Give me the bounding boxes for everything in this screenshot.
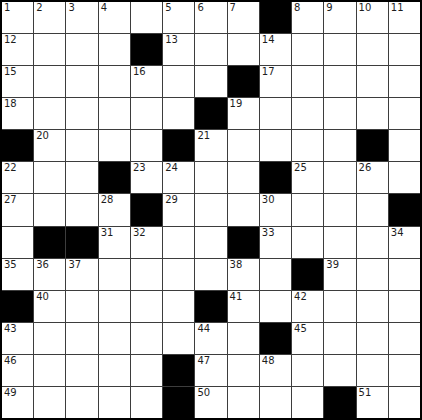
clue-number-29: 29 xyxy=(165,194,178,206)
cell-r5c9[interactable]: 25 xyxy=(292,162,323,193)
cell-r1c5[interactable]: 13 xyxy=(163,34,194,65)
cell-r9c1[interactable]: 40 xyxy=(34,291,65,322)
cell-r7c5[interactable] xyxy=(163,227,194,258)
cell-r2c9[interactable] xyxy=(292,66,323,97)
cell-r3c2[interactable] xyxy=(66,98,97,129)
clue-number-42: 42 xyxy=(294,291,307,303)
cell-r8c11[interactable] xyxy=(357,259,388,290)
cell-r2c8[interactable]: 17 xyxy=(260,66,291,97)
cell-r0c11[interactable]: 10 xyxy=(357,2,388,33)
cell-r11c2[interactable] xyxy=(66,355,97,386)
cell-r8c1[interactable]: 36 xyxy=(34,259,65,290)
cell-r10c11[interactable] xyxy=(357,323,388,354)
cell-r7c6[interactable] xyxy=(195,227,226,258)
black-square-r12c10 xyxy=(324,387,355,418)
clue-number-15: 15 xyxy=(4,66,17,78)
black-square-r6c4 xyxy=(131,194,162,225)
cell-r4c4[interactable] xyxy=(131,130,162,161)
cell-r2c4[interactable]: 16 xyxy=(131,66,162,97)
black-square-r5c8 xyxy=(260,162,291,193)
cell-r12c8[interactable] xyxy=(260,387,291,418)
cell-r11c11[interactable] xyxy=(357,355,388,386)
cell-r7c0[interactable] xyxy=(2,227,33,258)
black-square-r7c7 xyxy=(228,227,259,258)
cell-r0c6[interactable]: 6 xyxy=(195,2,226,33)
cell-r0c7[interactable]: 7 xyxy=(228,2,259,33)
cell-r10c6[interactable]: 44 xyxy=(195,323,226,354)
clue-number-27: 27 xyxy=(4,194,17,206)
cell-r4c3[interactable] xyxy=(99,130,130,161)
cell-r3c5[interactable] xyxy=(163,98,194,129)
black-square-r12c5 xyxy=(163,387,194,418)
cell-r4c10[interactable] xyxy=(324,130,355,161)
clue-number-13: 13 xyxy=(165,34,178,46)
clue-number-9: 9 xyxy=(326,2,332,14)
cell-r5c6[interactable] xyxy=(195,162,226,193)
cell-r3c10[interactable] xyxy=(324,98,355,129)
cell-r9c5[interactable] xyxy=(163,291,194,322)
cell-r7c4[interactable]: 32 xyxy=(131,227,162,258)
cell-r8c6[interactable] xyxy=(195,259,226,290)
cell-r2c5[interactable] xyxy=(163,66,194,97)
clue-number-35: 35 xyxy=(4,259,17,271)
cell-r1c10[interactable] xyxy=(324,34,355,65)
clue-number-49: 49 xyxy=(4,387,17,399)
black-square-r5c3 xyxy=(99,162,130,193)
cell-r9c8[interactable] xyxy=(260,291,291,322)
clue-number-2: 2 xyxy=(36,2,42,14)
black-square-r10c8 xyxy=(260,323,291,354)
cell-r10c4[interactable] xyxy=(131,323,162,354)
cell-r8c3[interactable] xyxy=(99,259,130,290)
cell-r3c12[interactable] xyxy=(389,98,420,129)
black-square-r9c0 xyxy=(2,291,33,322)
clue-number-14: 14 xyxy=(262,34,275,46)
cell-r8c10[interactable]: 39 xyxy=(324,259,355,290)
cell-r4c12[interactable] xyxy=(389,130,420,161)
cell-r10c2[interactable] xyxy=(66,323,97,354)
cell-r8c4[interactable] xyxy=(131,259,162,290)
black-square-r7c1 xyxy=(34,227,65,258)
cell-r5c11[interactable]: 26 xyxy=(357,162,388,193)
cell-r10c10[interactable] xyxy=(324,323,355,354)
cell-r10c0[interactable]: 43 xyxy=(2,323,33,354)
clue-number-23: 23 xyxy=(133,162,146,174)
cell-r11c7[interactable] xyxy=(228,355,259,386)
cell-r9c11[interactable] xyxy=(357,291,388,322)
cell-r8c12[interactable] xyxy=(389,259,420,290)
cell-r10c9[interactable]: 45 xyxy=(292,323,323,354)
clue-number-37: 37 xyxy=(68,259,81,271)
clue-number-5: 5 xyxy=(165,2,171,14)
clue-number-45: 45 xyxy=(294,323,307,335)
cell-r4c9[interactable] xyxy=(292,130,323,161)
clue-number-41: 41 xyxy=(230,291,243,303)
cell-r7c12[interactable]: 34 xyxy=(389,227,420,258)
cell-r1c11[interactable] xyxy=(357,34,388,65)
black-square-r8c9 xyxy=(292,259,323,290)
clue-number-7: 7 xyxy=(230,2,236,14)
cell-r11c0[interactable]: 46 xyxy=(2,355,33,386)
cell-r8c0[interactable]: 35 xyxy=(2,259,33,290)
cell-r3c8[interactable] xyxy=(260,98,291,129)
cell-r1c9[interactable] xyxy=(292,34,323,65)
cell-r2c12[interactable] xyxy=(389,66,420,97)
cell-r10c3[interactable] xyxy=(99,323,130,354)
crossword-grid: 1234567891011121314151617181920212223242… xyxy=(0,0,422,420)
cell-r2c10[interactable] xyxy=(324,66,355,97)
cell-r9c2[interactable] xyxy=(66,291,97,322)
cell-r3c4[interactable] xyxy=(131,98,162,129)
cell-r1c3[interactable] xyxy=(99,34,130,65)
clue-number-30: 30 xyxy=(262,194,275,206)
clue-number-38: 38 xyxy=(230,259,243,271)
cell-r8c7[interactable]: 38 xyxy=(228,259,259,290)
cell-r0c4[interactable] xyxy=(131,2,162,33)
cell-r11c12[interactable] xyxy=(389,355,420,386)
cell-r1c0[interactable]: 12 xyxy=(2,34,33,65)
cell-r3c7[interactable]: 19 xyxy=(228,98,259,129)
clue-number-24: 24 xyxy=(165,162,178,174)
black-square-r9c6 xyxy=(195,291,226,322)
cell-r3c3[interactable] xyxy=(99,98,130,129)
cell-r4c2[interactable] xyxy=(66,130,97,161)
cell-r8c8[interactable] xyxy=(260,259,291,290)
clue-number-6: 6 xyxy=(197,2,203,14)
cell-r2c0[interactable]: 15 xyxy=(2,66,33,97)
cell-r0c9[interactable]: 8 xyxy=(292,2,323,33)
cell-r0c10[interactable]: 9 xyxy=(324,2,355,33)
clue-number-47: 47 xyxy=(197,355,210,367)
clue-number-11: 11 xyxy=(391,2,404,14)
cell-r2c3[interactable] xyxy=(99,66,130,97)
clue-number-50: 50 xyxy=(197,387,210,399)
cell-r12c0[interactable]: 49 xyxy=(2,387,33,418)
clue-number-25: 25 xyxy=(294,162,307,174)
cell-r7c8[interactable]: 33 xyxy=(260,227,291,258)
cell-r4c7[interactable] xyxy=(228,130,259,161)
clue-number-17: 17 xyxy=(262,66,275,78)
cell-r9c4[interactable] xyxy=(131,291,162,322)
clue-number-10: 10 xyxy=(359,2,372,14)
black-square-r7c2 xyxy=(66,227,97,258)
clue-number-19: 19 xyxy=(230,98,243,110)
black-square-r0c8 xyxy=(260,2,291,33)
cell-r8c5[interactable] xyxy=(163,259,194,290)
clue-number-40: 40 xyxy=(36,291,49,303)
clue-number-8: 8 xyxy=(294,2,300,14)
black-square-r3c6 xyxy=(195,98,226,129)
cell-r11c9[interactable] xyxy=(292,355,323,386)
cell-r12c4[interactable] xyxy=(131,387,162,418)
cell-r7c10[interactable] xyxy=(324,227,355,258)
clue-number-21: 21 xyxy=(197,130,210,142)
cell-r9c10[interactable] xyxy=(324,291,355,322)
clue-number-36: 36 xyxy=(36,259,49,271)
clue-number-26: 26 xyxy=(359,162,372,174)
clue-number-51: 51 xyxy=(359,387,372,399)
cell-r0c5[interactable]: 5 xyxy=(163,2,194,33)
cell-r9c7[interactable]: 41 xyxy=(228,291,259,322)
cell-r1c1[interactable] xyxy=(34,34,65,65)
cell-r4c1[interactable]: 20 xyxy=(34,130,65,161)
cell-r5c10[interactable] xyxy=(324,162,355,193)
cell-r10c1[interactable] xyxy=(34,323,65,354)
cell-r1c6[interactable] xyxy=(195,34,226,65)
cell-r12c11[interactable]: 51 xyxy=(357,387,388,418)
cell-r12c2[interactable] xyxy=(66,387,97,418)
cell-r3c9[interactable] xyxy=(292,98,323,129)
cell-r12c7[interactable] xyxy=(228,387,259,418)
cell-r11c8[interactable]: 48 xyxy=(260,355,291,386)
black-square-r1c4 xyxy=(131,34,162,65)
cell-r11c10[interactable] xyxy=(324,355,355,386)
cell-r10c7[interactable] xyxy=(228,323,259,354)
clue-number-48: 48 xyxy=(262,355,275,367)
clue-number-22: 22 xyxy=(4,162,17,174)
black-square-r4c11 xyxy=(357,130,388,161)
cell-r3c1[interactable] xyxy=(34,98,65,129)
cell-r6c8[interactable]: 30 xyxy=(260,194,291,225)
cell-r5c5[interactable]: 24 xyxy=(163,162,194,193)
cell-r12c3[interactable] xyxy=(99,387,130,418)
cell-r12c6[interactable]: 50 xyxy=(195,387,226,418)
cell-r11c6[interactable]: 47 xyxy=(195,355,226,386)
cell-r12c9[interactable] xyxy=(292,387,323,418)
cell-r8c2[interactable]: 37 xyxy=(66,259,97,290)
black-square-r2c7 xyxy=(228,66,259,97)
cell-r9c12[interactable] xyxy=(389,291,420,322)
cell-r9c9[interactable]: 42 xyxy=(292,291,323,322)
clue-number-32: 32 xyxy=(133,227,146,239)
clue-number-16: 16 xyxy=(133,66,146,78)
clue-number-39: 39 xyxy=(326,259,339,271)
cell-r12c12[interactable] xyxy=(389,387,420,418)
cell-r6c6[interactable] xyxy=(195,194,226,225)
cell-r7c9[interactable] xyxy=(292,227,323,258)
cell-r5c0[interactable]: 22 xyxy=(2,162,33,193)
cell-r2c6[interactable] xyxy=(195,66,226,97)
cell-r2c11[interactable] xyxy=(357,66,388,97)
cell-r4c8[interactable] xyxy=(260,130,291,161)
clue-number-46: 46 xyxy=(4,355,17,367)
black-square-r6c12 xyxy=(389,194,420,225)
cell-r5c2[interactable] xyxy=(66,162,97,193)
clue-number-12: 12 xyxy=(4,34,17,46)
clue-number-20: 20 xyxy=(36,130,49,142)
cell-r1c2[interactable] xyxy=(66,34,97,65)
black-square-r11c5 xyxy=(163,355,194,386)
cell-r11c4[interactable] xyxy=(131,355,162,386)
cell-r0c3[interactable]: 4 xyxy=(99,2,130,33)
clue-number-44: 44 xyxy=(197,323,210,335)
cell-r9c3[interactable] xyxy=(99,291,130,322)
cell-r11c1[interactable] xyxy=(34,355,65,386)
clue-number-33: 33 xyxy=(262,227,275,239)
cell-r12c1[interactable] xyxy=(34,387,65,418)
cell-r0c12[interactable]: 11 xyxy=(389,2,420,33)
cell-r5c12[interactable] xyxy=(389,162,420,193)
cell-r3c0[interactable]: 18 xyxy=(2,98,33,129)
cell-r2c2[interactable] xyxy=(66,66,97,97)
cell-r1c7[interactable] xyxy=(228,34,259,65)
clue-number-3: 3 xyxy=(68,2,74,14)
cell-r6c1[interactable] xyxy=(34,194,65,225)
cell-r6c0[interactable]: 27 xyxy=(2,194,33,225)
black-square-r4c5 xyxy=(163,130,194,161)
clue-number-18: 18 xyxy=(4,98,17,110)
cell-r6c3[interactable]: 28 xyxy=(99,194,130,225)
cell-r7c3[interactable]: 31 xyxy=(99,227,130,258)
cell-r6c9[interactable] xyxy=(292,194,323,225)
cell-r1c12[interactable] xyxy=(389,34,420,65)
cell-r6c7[interactable] xyxy=(228,194,259,225)
cell-r0c2[interactable]: 3 xyxy=(66,2,97,33)
cell-r5c4[interactable]: 23 xyxy=(131,162,162,193)
cell-r3c11[interactable] xyxy=(357,98,388,129)
cell-r1c8[interactable]: 14 xyxy=(260,34,291,65)
cell-r5c7[interactable] xyxy=(228,162,259,193)
cell-r4c6[interactable]: 21 xyxy=(195,130,226,161)
cell-r2c1[interactable] xyxy=(34,66,65,97)
cell-r6c2[interactable] xyxy=(66,194,97,225)
cell-r5c1[interactable] xyxy=(34,162,65,193)
cell-r10c12[interactable] xyxy=(389,323,420,354)
black-square-r4c0 xyxy=(2,130,33,161)
clue-number-31: 31 xyxy=(101,227,114,239)
cell-r11c3[interactable] xyxy=(99,355,130,386)
cell-r0c1[interactable]: 2 xyxy=(34,2,65,33)
clue-number-4: 4 xyxy=(101,2,107,14)
clue-number-43: 43 xyxy=(4,323,17,335)
cell-r6c11[interactable] xyxy=(357,194,388,225)
cell-r6c10[interactable] xyxy=(324,194,355,225)
cell-r10c5[interactable] xyxy=(163,323,194,354)
cell-r6c5[interactable]: 29 xyxy=(163,194,194,225)
cell-r7c11[interactable] xyxy=(357,227,388,258)
clue-number-1: 1 xyxy=(4,2,10,14)
cell-r0c0[interactable]: 1 xyxy=(2,2,33,33)
clue-number-28: 28 xyxy=(101,194,114,206)
clue-number-34: 34 xyxy=(391,227,404,239)
